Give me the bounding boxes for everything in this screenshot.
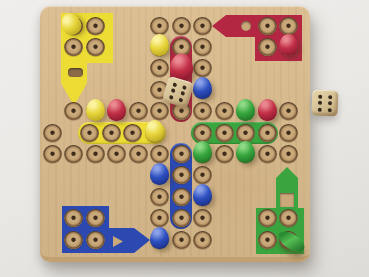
piece-yellow[interactable]	[145, 120, 164, 142]
piece-green[interactable]	[236, 141, 255, 163]
die-pip	[328, 95, 332, 99]
piece-red[interactable]	[258, 99, 277, 121]
die-pip	[182, 85, 187, 90]
piece-red[interactable]	[279, 34, 298, 56]
piece-green[interactable]	[275, 227, 307, 255]
die-pip	[178, 97, 183, 102]
piece-green[interactable]	[236, 99, 255, 121]
table-background	[0, 0, 369, 277]
piece-yellow[interactable]	[86, 99, 105, 121]
die-pip	[173, 82, 178, 87]
die-pip	[169, 94, 174, 99]
die-on-table[interactable]	[312, 90, 339, 117]
die-pip	[318, 94, 322, 98]
die-pip	[328, 101, 332, 105]
piece-blue[interactable]	[193, 184, 212, 206]
pieces-layer	[40, 6, 310, 257]
die-pip	[327, 108, 331, 112]
die-pip	[318, 101, 322, 105]
piece-blue[interactable]	[150, 227, 169, 249]
piece-yellow[interactable]	[58, 10, 85, 38]
piece-yellow[interactable]	[150, 34, 169, 56]
piece-blue[interactable]	[150, 163, 169, 185]
die-pip	[318, 107, 322, 111]
board	[40, 6, 310, 262]
die-pip	[171, 88, 176, 93]
die-pip	[180, 91, 185, 96]
piece-green[interactable]	[193, 141, 212, 163]
piece-red[interactable]	[107, 99, 126, 121]
piece-blue[interactable]	[193, 77, 212, 99]
